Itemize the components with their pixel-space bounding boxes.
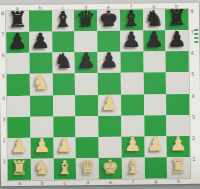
square-c8[interactable]: ♝ — [51, 10, 74, 31]
rank-label-5: 5 — [2, 75, 5, 96]
rank-label-4: 4 — [2, 96, 5, 117]
white-knight-b1[interactable]: ♞ — [33, 158, 50, 177]
white-bishop-c1[interactable]: ♝ — [56, 157, 73, 176]
black-pawn-e6[interactable]: ♟ — [100, 50, 119, 71]
black-pawn-b7[interactable]: ♟ — [31, 30, 50, 51]
square-g4[interactable] — [143, 94, 166, 115]
square-d6[interactable]: ♟ — [75, 52, 98, 73]
square-h6[interactable] — [166, 51, 189, 72]
black-bishop-c8[interactable]: ♝ — [53, 8, 73, 30]
white-rook-a1[interactable]: ♜ — [11, 158, 28, 177]
square-h4[interactable] — [166, 93, 189, 114]
square-e8[interactable]: ♚ — [97, 10, 120, 31]
vinyl-mat: abcdefgh 87654321 ♜♝♛♚♝♞♜♟♟♟♟♟♞♟♟♞♟♟♟♟♟♟… — [0, 3, 200, 186]
rank-label-3: 3 — [192, 114, 195, 135]
black-pawn-d6[interactable]: ♟ — [77, 51, 96, 72]
square-g1[interactable] — [144, 157, 167, 178]
white-knight-b5[interactable]: ♞ — [32, 72, 51, 93]
square-h1[interactable]: ♜ — [167, 157, 190, 178]
file-label-b: b — [29, 5, 52, 10]
white-pawn-b2[interactable]: ♟ — [33, 136, 51, 156]
black-pawn-h7[interactable]: ♟ — [167, 28, 186, 49]
board-photo: abcdefgh 87654321 ♜♝♛♚♝♞♜♟♟♟♟♟♞♟♟♞♟♟♟♟♟♟… — [0, 0, 200, 189]
square-c4[interactable] — [53, 95, 76, 116]
rank-label-2: 2 — [2, 138, 5, 159]
square-a7[interactable]: ♟ — [6, 32, 29, 53]
square-d5[interactable] — [75, 73, 98, 94]
file-label-c: c — [54, 180, 77, 185]
rank-label-5: 5 — [191, 72, 194, 93]
black-pawn-f7[interactable]: ♟ — [122, 29, 141, 50]
square-g7[interactable]: ♟ — [143, 30, 166, 51]
file-label-f: f — [122, 179, 145, 184]
square-e4[interactable]: ♟ — [98, 94, 121, 115]
square-e1[interactable]: ♚ — [99, 158, 122, 179]
square-f5[interactable] — [120, 73, 143, 94]
rank-label-8: 8 — [190, 9, 193, 30]
square-f1[interactable]: ♝ — [122, 157, 145, 178]
rank-label-6: 6 — [1, 53, 4, 74]
square-d3[interactable] — [76, 116, 99, 137]
file-label-e: e — [99, 180, 122, 185]
square-d8[interactable]: ♛ — [74, 10, 97, 31]
square-h7[interactable]: ♟ — [165, 30, 188, 51]
square-f6[interactable] — [120, 52, 143, 73]
rank-label-6: 6 — [191, 51, 194, 72]
white-pawn-h2[interactable]: ♟ — [169, 135, 187, 155]
rank-label-1: 1 — [3, 159, 6, 180]
rank-label-1: 1 — [192, 157, 195, 178]
file-label-b: b — [31, 181, 54, 186]
white-pawn-g2[interactable]: ♟ — [147, 135, 165, 155]
square-e3[interactable] — [98, 115, 121, 136]
square-g6[interactable] — [143, 51, 166, 72]
white-queen-d1[interactable]: ♛ — [79, 157, 96, 176]
file-labels-bottom: abcdefgh — [8, 178, 190, 187]
square-a5[interactable] — [7, 74, 30, 95]
rank-label-8: 8 — [1, 11, 4, 32]
square-d4[interactable] — [75, 95, 98, 116]
square-g2[interactable]: ♟ — [144, 136, 167, 157]
file-label-g: g — [145, 179, 168, 184]
white-rook-h1[interactable]: ♜ — [170, 156, 187, 175]
white-pawn-c2[interactable]: ♟ — [56, 136, 74, 156]
square-g5[interactable] — [143, 73, 166, 94]
square-b7[interactable]: ♟ — [29, 32, 52, 53]
square-b5[interactable]: ♞ — [29, 74, 52, 95]
square-e6[interactable]: ♟ — [97, 52, 120, 73]
square-a6[interactable] — [6, 53, 29, 74]
square-b1[interactable]: ♞ — [31, 158, 54, 179]
square-a4[interactable] — [7, 95, 30, 116]
square-f4[interactable] — [121, 94, 144, 115]
rank-label-2: 2 — [192, 136, 195, 157]
black-pawn-a7[interactable]: ♟ — [8, 30, 27, 51]
rank-label-3: 3 — [2, 117, 5, 138]
square-c5[interactable] — [52, 74, 75, 95]
board: ♜♝♛♚♝♞♜♟♟♟♟♟♞♟♟♞♟♟♟♟♟♟♟♜♞♝♛♚♝♜ — [6, 9, 190, 180]
white-pawn-f2[interactable]: ♟ — [124, 135, 142, 155]
file-label-h: h — [167, 179, 190, 184]
rank-label-7: 7 — [1, 32, 4, 53]
board-brand-marking — [194, 29, 198, 45]
black-knight-c6[interactable]: ♞ — [54, 51, 73, 72]
square-f7[interactable]: ♟ — [120, 31, 143, 52]
white-pawn-a2[interactable]: ♟ — [10, 137, 28, 157]
file-label-a: a — [8, 181, 31, 186]
black-pawn-g7[interactable]: ♟ — [145, 28, 164, 49]
black-king-e8[interactable]: ♚ — [99, 8, 119, 30]
square-b4[interactable] — [30, 95, 53, 116]
square-h5[interactable] — [166, 72, 189, 93]
file-label-d: d — [76, 180, 99, 185]
square-d1[interactable]: ♛ — [76, 158, 99, 179]
square-c6[interactable]: ♞ — [52, 53, 75, 74]
white-king-e1[interactable]: ♚ — [102, 157, 119, 176]
black-queen-d8[interactable]: ♛ — [76, 8, 96, 30]
white-pawn-e4[interactable]: ♟ — [100, 93, 118, 113]
square-c1[interactable]: ♝ — [53, 158, 76, 179]
white-bishop-f1[interactable]: ♝ — [124, 157, 141, 176]
square-a1[interactable]: ♜ — [8, 159, 31, 180]
rank-label-4: 4 — [191, 93, 194, 114]
